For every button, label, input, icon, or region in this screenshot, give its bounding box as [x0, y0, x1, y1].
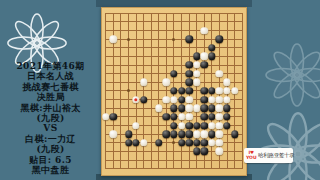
board-cell[interactable] [170, 44, 178, 53]
board-cell[interactable] [178, 26, 186, 35]
board-cell[interactable] [102, 95, 110, 104]
board-cell[interactable] [125, 18, 133, 27]
board-cell[interactable] [231, 113, 239, 122]
board-cell[interactable] [178, 156, 186, 165]
board-cell[interactable] [140, 147, 148, 156]
board-cell[interactable] [117, 156, 125, 165]
board-cell[interactable] [238, 69, 246, 78]
board-cell[interactable] [201, 156, 209, 165]
board-cell[interactable] [216, 164, 224, 173]
board-cell[interactable] [155, 61, 163, 70]
board-cell[interactable] [155, 138, 163, 147]
board-cell[interactable] [223, 44, 231, 53]
board-cell[interactable] [163, 35, 171, 44]
board-cell[interactable] [163, 138, 171, 147]
board-cell[interactable] [163, 52, 171, 61]
board-cell[interactable] [231, 9, 239, 18]
board-cell[interactable] [238, 104, 246, 113]
board-cell[interactable] [185, 69, 193, 78]
board-cell[interactable] [178, 87, 186, 96]
board-cell[interactable] [117, 9, 125, 18]
board-cell[interactable] [102, 87, 110, 96]
board-cell[interactable] [155, 121, 163, 130]
board-cell[interactable] [223, 69, 231, 78]
board-cell[interactable] [125, 95, 133, 104]
board-cell[interactable] [125, 44, 133, 53]
board-cell[interactable] [208, 44, 216, 53]
board-cell[interactable] [193, 156, 201, 165]
board-cell[interactable] [125, 121, 133, 130]
board-cell[interactable] [163, 113, 171, 122]
board-cell[interactable] [117, 130, 125, 139]
board-cell[interactable] [178, 164, 186, 173]
board-cell[interactable] [117, 113, 125, 122]
board-cell[interactable] [201, 61, 209, 70]
board-cell[interactable] [132, 52, 140, 61]
board-cell[interactable] [238, 121, 246, 130]
board-cell[interactable] [102, 138, 110, 147]
board-cell[interactable] [140, 138, 148, 147]
board-cell[interactable] [163, 95, 171, 104]
board-cell[interactable] [231, 26, 239, 35]
board-cell[interactable] [223, 52, 231, 61]
board-cell[interactable] [170, 9, 178, 18]
board-cell[interactable] [102, 156, 110, 165]
go-board-grid[interactable] [102, 9, 246, 173]
board-cell[interactable] [110, 95, 118, 104]
board-cell[interactable] [155, 69, 163, 78]
board-cell[interactable] [185, 130, 193, 139]
board-cell[interactable] [140, 87, 148, 96]
board-cell[interactable] [238, 52, 246, 61]
board-cell[interactable] [117, 61, 125, 70]
board-cell[interactable] [125, 138, 133, 147]
board-cell[interactable] [117, 95, 125, 104]
board-cell[interactable] [147, 61, 155, 70]
board-cell[interactable] [238, 9, 246, 18]
board-cell[interactable] [193, 130, 201, 139]
board-cell[interactable] [125, 156, 133, 165]
board-cell[interactable] [208, 69, 216, 78]
board-cell[interactable] [147, 69, 155, 78]
board-cell[interactable] [117, 26, 125, 35]
board-cell[interactable] [132, 156, 140, 165]
board-cell[interactable] [117, 87, 125, 96]
board-cell[interactable] [185, 18, 193, 27]
board-cell[interactable] [185, 147, 193, 156]
board-cell[interactable] [117, 121, 125, 130]
board-cell[interactable] [140, 164, 148, 173]
board-cell[interactable] [132, 104, 140, 113]
board-cell[interactable] [238, 18, 246, 27]
board-cell[interactable] [102, 44, 110, 53]
board-cell[interactable] [178, 44, 186, 53]
board-cell[interactable] [178, 78, 186, 87]
board-cell[interactable] [178, 69, 186, 78]
board-cell[interactable] [216, 156, 224, 165]
board-cell[interactable] [132, 121, 140, 130]
board-cell[interactable] [155, 35, 163, 44]
board-cell[interactable] [163, 130, 171, 139]
board-cell[interactable] [201, 138, 209, 147]
board-cell[interactable] [208, 164, 216, 173]
board-cell[interactable] [208, 78, 216, 87]
board-cell[interactable] [201, 164, 209, 173]
board-cell[interactable] [140, 69, 148, 78]
board-cell[interactable] [132, 130, 140, 139]
board-cell[interactable] [231, 44, 239, 53]
board-cell[interactable] [216, 78, 224, 87]
board-cell[interactable] [140, 104, 148, 113]
board-cell[interactable] [163, 156, 171, 165]
board-cell[interactable] [110, 138, 118, 147]
board-cell[interactable] [110, 156, 118, 165]
board-cell[interactable] [193, 35, 201, 44]
board-cell[interactable] [155, 164, 163, 173]
board-cell[interactable] [193, 95, 201, 104]
board-cell[interactable] [231, 87, 239, 96]
board-cell[interactable] [185, 95, 193, 104]
board-cell[interactable] [140, 121, 148, 130]
board-cell[interactable] [125, 164, 133, 173]
board-cell[interactable] [147, 121, 155, 130]
board-cell[interactable] [216, 18, 224, 27]
board-cell[interactable] [102, 69, 110, 78]
board-cell[interactable] [231, 35, 239, 44]
board-cell[interactable] [201, 52, 209, 61]
board-cell[interactable] [238, 87, 246, 96]
board-cell[interactable] [223, 104, 231, 113]
board-cell[interactable] [155, 26, 163, 35]
board-cell[interactable] [193, 18, 201, 27]
board-cell[interactable] [170, 121, 178, 130]
board-cell[interactable] [163, 121, 171, 130]
board-cell[interactable] [170, 104, 178, 113]
board-cell[interactable] [238, 35, 246, 44]
board-cell[interactable] [102, 26, 110, 35]
board-cell[interactable] [147, 156, 155, 165]
board-cell[interactable] [193, 147, 201, 156]
board-cell[interactable] [216, 147, 224, 156]
board-cell[interactable] [140, 95, 148, 104]
board-cell[interactable] [178, 104, 186, 113]
board-cell[interactable] [238, 61, 246, 70]
board-cell[interactable] [155, 44, 163, 53]
board-cell[interactable] [185, 26, 193, 35]
board-cell[interactable] [231, 164, 239, 173]
board-cell[interactable] [163, 87, 171, 96]
board-cell[interactable] [178, 121, 186, 130]
board-cell[interactable] [178, 138, 186, 147]
board-cell[interactable] [185, 138, 193, 147]
board-cell[interactable] [140, 78, 148, 87]
board-cell[interactable] [208, 113, 216, 122]
board-cell[interactable] [185, 121, 193, 130]
board-cell[interactable] [132, 69, 140, 78]
board-cell[interactable] [163, 61, 171, 70]
board-cell[interactable] [223, 35, 231, 44]
board-cell[interactable] [147, 52, 155, 61]
board-cell[interactable] [110, 35, 118, 44]
board-cell[interactable] [117, 138, 125, 147]
board-cell[interactable] [216, 26, 224, 35]
board-cell[interactable] [231, 61, 239, 70]
board-cell[interactable] [140, 26, 148, 35]
board-cell[interactable] [185, 9, 193, 18]
board-cell[interactable] [102, 9, 110, 18]
board-cell[interactable] [163, 104, 171, 113]
board-cell[interactable] [231, 138, 239, 147]
board-cell[interactable] [170, 18, 178, 27]
board-cell[interactable] [170, 130, 178, 139]
board-cell[interactable] [201, 147, 209, 156]
board-cell[interactable] [147, 18, 155, 27]
board-cell[interactable] [208, 130, 216, 139]
board-cell[interactable] [223, 61, 231, 70]
board-cell[interactable] [185, 104, 193, 113]
board-cell[interactable] [110, 44, 118, 53]
board-cell[interactable] [231, 104, 239, 113]
board-cell[interactable] [231, 130, 239, 139]
board-cell[interactable] [155, 130, 163, 139]
board-cell[interactable] [193, 44, 201, 53]
board-cell[interactable] [102, 61, 110, 70]
board-cell[interactable] [117, 104, 125, 113]
board-cell[interactable] [163, 18, 171, 27]
board-cell[interactable] [102, 147, 110, 156]
board-cell[interactable] [238, 78, 246, 87]
board-cell[interactable] [155, 9, 163, 18]
board-cell[interactable] [147, 35, 155, 44]
board-cell[interactable] [238, 26, 246, 35]
board-cell[interactable] [216, 87, 224, 96]
board-cell[interactable] [117, 44, 125, 53]
board-cell[interactable] [193, 138, 201, 147]
board-cell[interactable] [155, 87, 163, 96]
board-cell[interactable] [193, 104, 201, 113]
board-cell[interactable] [238, 130, 246, 139]
board-cell[interactable] [178, 130, 186, 139]
board-cell[interactable] [155, 147, 163, 156]
board-cell[interactable] [193, 61, 201, 70]
board-cell[interactable] [140, 61, 148, 70]
board-cell[interactable] [170, 95, 178, 104]
board-cell[interactable] [238, 44, 246, 53]
board-cell[interactable] [140, 52, 148, 61]
board-cell[interactable] [110, 61, 118, 70]
board-cell[interactable] [178, 147, 186, 156]
board-cell[interactable] [193, 87, 201, 96]
board-cell[interactable] [208, 61, 216, 70]
board-cell[interactable] [110, 104, 118, 113]
board-cell[interactable] [147, 138, 155, 147]
board-cell[interactable] [125, 87, 133, 96]
board-cell[interactable] [223, 18, 231, 27]
board-cell[interactable] [155, 52, 163, 61]
board-cell[interactable] [155, 95, 163, 104]
board-cell[interactable] [170, 164, 178, 173]
board-cell[interactable] [223, 130, 231, 139]
board-cell[interactable] [102, 104, 110, 113]
board-cell[interactable] [193, 78, 201, 87]
board-cell[interactable] [147, 164, 155, 173]
board-cell[interactable] [193, 26, 201, 35]
board-cell[interactable] [155, 156, 163, 165]
board-cell[interactable] [140, 18, 148, 27]
board-cell[interactable] [178, 61, 186, 70]
board-cell[interactable] [185, 164, 193, 173]
board-cell[interactable] [132, 113, 140, 122]
board-cell[interactable] [208, 138, 216, 147]
board-cell[interactable] [185, 156, 193, 165]
board-cell[interactable] [208, 26, 216, 35]
board-cell[interactable] [178, 95, 186, 104]
board-cell[interactable] [155, 18, 163, 27]
board-cell[interactable] [125, 61, 133, 70]
board-cell[interactable] [208, 52, 216, 61]
board-cell[interactable] [102, 130, 110, 139]
board-cell[interactable] [216, 52, 224, 61]
board-cell[interactable] [110, 52, 118, 61]
board-cell[interactable] [140, 156, 148, 165]
board-cell[interactable] [163, 26, 171, 35]
board-cell[interactable] [170, 69, 178, 78]
board-cell[interactable] [110, 69, 118, 78]
board-cell[interactable] [102, 164, 110, 173]
board-cell[interactable] [178, 52, 186, 61]
board-cell[interactable] [110, 113, 118, 122]
board-cell[interactable] [178, 35, 186, 44]
board-cell[interactable] [170, 78, 178, 87]
board-cell[interactable] [193, 113, 201, 122]
board-cell[interactable] [231, 95, 239, 104]
board-cell[interactable] [110, 78, 118, 87]
board-cell[interactable] [147, 95, 155, 104]
board-cell[interactable] [170, 113, 178, 122]
board-cell[interactable] [208, 121, 216, 130]
board-cell[interactable] [170, 138, 178, 147]
board-cell[interactable] [140, 130, 148, 139]
board-cell[interactable] [163, 9, 171, 18]
board-cell[interactable] [110, 26, 118, 35]
board-cell[interactable] [193, 52, 201, 61]
board-cell[interactable] [125, 52, 133, 61]
board-cell[interactable] [155, 78, 163, 87]
board-cell[interactable] [147, 113, 155, 122]
board-cell[interactable] [238, 95, 246, 104]
board-cell[interactable] [223, 121, 231, 130]
board-cell[interactable] [132, 164, 140, 173]
board-cell[interactable] [223, 156, 231, 165]
board-cell[interactable] [193, 121, 201, 130]
board-cell[interactable] [147, 44, 155, 53]
board-cell[interactable] [170, 147, 178, 156]
board-cell[interactable] [170, 26, 178, 35]
board-cell[interactable] [163, 44, 171, 53]
board-cell[interactable] [185, 113, 193, 122]
board-cell[interactable] [201, 26, 209, 35]
board-cell[interactable] [185, 78, 193, 87]
board-cell[interactable] [208, 87, 216, 96]
board-cell[interactable] [125, 78, 133, 87]
board-cell[interactable] [223, 113, 231, 122]
board-cell[interactable] [216, 35, 224, 44]
board-cell[interactable] [201, 87, 209, 96]
board-cell[interactable] [208, 156, 216, 165]
board-cell[interactable] [147, 104, 155, 113]
board-cell[interactable] [132, 18, 140, 27]
board-cell[interactable] [201, 18, 209, 27]
board-cell[interactable] [125, 147, 133, 156]
board-cell[interactable] [147, 87, 155, 96]
board-cell[interactable] [201, 78, 209, 87]
board-cell[interactable] [140, 44, 148, 53]
board-cell[interactable] [125, 113, 133, 122]
board-cell[interactable] [231, 18, 239, 27]
board-cell[interactable] [110, 121, 118, 130]
board-cell[interactable] [178, 9, 186, 18]
board-cell[interactable] [132, 35, 140, 44]
board-cell[interactable] [102, 78, 110, 87]
board-cell[interactable] [110, 147, 118, 156]
board-cell[interactable] [208, 95, 216, 104]
board-cell[interactable] [140, 35, 148, 44]
board-cell[interactable] [223, 95, 231, 104]
board-cell[interactable] [102, 121, 110, 130]
board-cell[interactable] [110, 164, 118, 173]
board-cell[interactable] [125, 26, 133, 35]
board-cell[interactable] [132, 9, 140, 18]
board-cell[interactable] [193, 164, 201, 173]
board-cell[interactable] [216, 130, 224, 139]
board-cell[interactable] [201, 104, 209, 113]
board-cell[interactable] [201, 69, 209, 78]
board-cell[interactable] [223, 138, 231, 147]
board-cell[interactable] [223, 87, 231, 96]
board-cell[interactable] [185, 44, 193, 53]
board-cell[interactable] [125, 69, 133, 78]
board-cell[interactable] [102, 35, 110, 44]
board-cell[interactable] [132, 26, 140, 35]
board-cell[interactable] [110, 9, 118, 18]
board-cell[interactable] [178, 113, 186, 122]
board-cell[interactable] [185, 35, 193, 44]
board-cell[interactable] [193, 9, 201, 18]
board-cell[interactable] [102, 113, 110, 122]
board-cell[interactable] [163, 78, 171, 87]
board-cell[interactable] [140, 113, 148, 122]
board-cell[interactable] [216, 61, 224, 70]
board-cell[interactable] [125, 35, 133, 44]
board-cell[interactable] [147, 78, 155, 87]
board-cell[interactable] [117, 52, 125, 61]
board-cell[interactable] [216, 44, 224, 53]
board-cell[interactable] [238, 113, 246, 122]
board-cell[interactable] [238, 138, 246, 147]
board-cell[interactable] [216, 104, 224, 113]
board-cell[interactable] [223, 78, 231, 87]
board-cell[interactable] [208, 104, 216, 113]
board-cell[interactable] [117, 164, 125, 173]
board-cell[interactable] [155, 113, 163, 122]
board-cell[interactable] [170, 52, 178, 61]
board-cell[interactable] [170, 35, 178, 44]
board-cell[interactable] [132, 61, 140, 70]
board-cell[interactable] [185, 87, 193, 96]
board-cell[interactable] [201, 130, 209, 139]
go-board[interactable] [101, 7, 247, 176]
board-cell[interactable] [223, 164, 231, 173]
